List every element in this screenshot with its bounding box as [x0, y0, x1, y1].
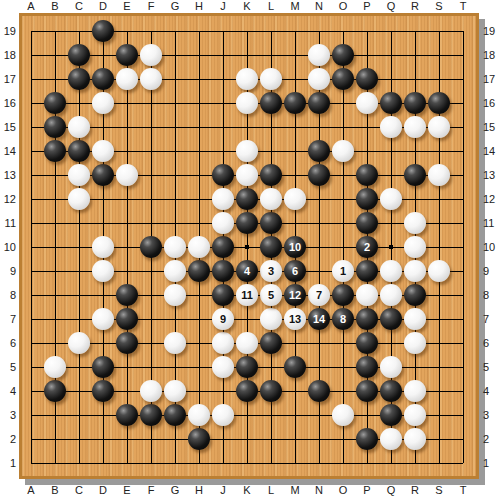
stone-black-E8 — [116, 284, 138, 306]
coord-label-left-18: 18 — [1, 48, 16, 62]
stone-black-B14 — [44, 140, 66, 162]
stone-white-K6 — [236, 332, 258, 354]
coord-label-top-J: J — [214, 0, 232, 13]
coord-label-bottom-P: P — [358, 483, 376, 497]
coord-label-right-1: 1 — [483, 456, 500, 470]
coord-label-bottom-R: R — [406, 483, 424, 497]
move-2-stone-P10: 2 — [356, 236, 378, 258]
coord-label-right-16: 16 — [483, 96, 500, 110]
stone-white-Q2 — [380, 428, 402, 450]
go-board-diagram: AABBCCDDEEFFGGHHJJKKLLMMNNOOPPQQRRSSTT19… — [0, 0, 500, 500]
coord-label-right-17: 17 — [483, 72, 500, 86]
stone-white-C13 — [68, 164, 90, 186]
stone-white-J5 — [212, 356, 234, 378]
stone-black-P11 — [356, 212, 378, 234]
stone-white-F17 — [140, 68, 162, 90]
coord-label-top-O: O — [334, 0, 352, 13]
coord-label-top-G: G — [166, 0, 184, 13]
coord-label-bottom-A: A — [22, 483, 40, 497]
coord-label-top-S: S — [430, 0, 448, 13]
coord-label-right-19: 19 — [483, 24, 500, 38]
stone-white-L12 — [260, 188, 282, 210]
stone-white-O3 — [332, 404, 354, 426]
stone-black-D17 — [92, 68, 114, 90]
stone-black-N4 — [308, 380, 330, 402]
move-8-stone-O7: 8 — [332, 308, 354, 330]
coord-label-bottom-F: F — [142, 483, 160, 497]
stone-white-C15 — [68, 116, 90, 138]
coord-label-right-15: 15 — [483, 120, 500, 134]
stone-black-J10 — [212, 236, 234, 258]
coord-label-bottom-S: S — [430, 483, 448, 497]
move-4-stone-K9: 4 — [236, 260, 258, 282]
stone-white-R3 — [404, 404, 426, 426]
stone-black-K11 — [236, 212, 258, 234]
coord-label-top-C: C — [70, 0, 88, 13]
coord-label-left-5: 5 — [1, 360, 16, 374]
stone-white-J11 — [212, 212, 234, 234]
stone-black-F3 — [140, 404, 162, 426]
stone-black-P12 — [356, 188, 378, 210]
coord-label-left-12: 12 — [1, 192, 16, 206]
stone-white-L17 — [260, 68, 282, 90]
stone-white-C6 — [68, 332, 90, 354]
stone-white-Q8 — [380, 284, 402, 306]
coord-label-bottom-O: O — [334, 483, 352, 497]
stone-white-J12 — [212, 188, 234, 210]
coord-label-left-16: 16 — [1, 96, 16, 110]
coord-label-left-9: 9 — [1, 264, 16, 278]
move-14-stone-N7: 14 — [308, 308, 330, 330]
stone-black-P5 — [356, 356, 378, 378]
stone-white-Q5 — [380, 356, 402, 378]
stone-black-E18 — [116, 44, 138, 66]
stone-white-H3 — [188, 404, 210, 426]
stone-black-M5 — [284, 356, 306, 378]
stone-white-S13 — [428, 164, 450, 186]
stone-black-P7 — [356, 308, 378, 330]
coord-label-left-7: 7 — [1, 312, 16, 326]
move-10-stone-M10: 10 — [284, 236, 306, 258]
stone-black-K5 — [236, 356, 258, 378]
coord-label-bottom-E: E — [118, 483, 136, 497]
stone-black-B16 — [44, 92, 66, 114]
stone-black-Q16 — [380, 92, 402, 114]
stone-black-R8 — [404, 284, 426, 306]
stone-black-O18 — [332, 44, 354, 66]
coord-label-left-14: 14 — [1, 144, 16, 158]
stone-white-B5 — [44, 356, 66, 378]
stone-white-P16 — [356, 92, 378, 114]
stone-black-R16 — [404, 92, 426, 114]
stone-white-D7 — [92, 308, 114, 330]
stone-white-R9 — [404, 260, 426, 282]
stone-black-D5 — [92, 356, 114, 378]
stone-black-L4 — [260, 380, 282, 402]
stone-black-L13 — [260, 164, 282, 186]
stone-white-G9 — [164, 260, 186, 282]
stone-white-R6 — [404, 332, 426, 354]
coord-label-bottom-M: M — [286, 483, 304, 497]
coord-label-right-2: 2 — [483, 432, 500, 446]
stone-white-J6 — [212, 332, 234, 354]
stone-black-M16 — [284, 92, 306, 114]
stone-white-Q9 — [380, 260, 402, 282]
stone-white-G10 — [164, 236, 186, 258]
coord-label-left-17: 17 — [1, 72, 16, 86]
stone-white-P8 — [356, 284, 378, 306]
stone-white-R4 — [404, 380, 426, 402]
stone-black-P17 — [356, 68, 378, 90]
stone-black-D4 — [92, 380, 114, 402]
move-3-stone-L9: 3 — [260, 260, 282, 282]
coord-label-top-B: B — [46, 0, 64, 13]
coord-label-bottom-L: L — [262, 483, 280, 497]
coord-label-bottom-Q: Q — [382, 483, 400, 497]
coord-label-left-15: 15 — [1, 120, 16, 134]
stone-white-E13 — [116, 164, 138, 186]
move-11-stone-K8: 11 — [236, 284, 258, 306]
stone-black-N14 — [308, 140, 330, 162]
stone-white-G8 — [164, 284, 186, 306]
stone-black-E7 — [116, 308, 138, 330]
stone-black-N13 — [308, 164, 330, 186]
stone-white-G4 — [164, 380, 186, 402]
stone-black-C18 — [68, 44, 90, 66]
stone-black-P13 — [356, 164, 378, 186]
stone-black-J13 — [212, 164, 234, 186]
stone-black-K4 — [236, 380, 258, 402]
stone-black-P9 — [356, 260, 378, 282]
coord-label-top-N: N — [310, 0, 328, 13]
coord-label-bottom-G: G — [166, 483, 184, 497]
coord-label-top-E: E — [118, 0, 136, 13]
stone-black-B4 — [44, 380, 66, 402]
coord-label-right-10: 10 — [483, 240, 500, 254]
coord-label-top-L: L — [262, 0, 280, 13]
coord-label-top-A: A — [22, 0, 40, 13]
coord-label-left-3: 3 — [1, 408, 16, 422]
stone-white-G6 — [164, 332, 186, 354]
stone-white-R11 — [404, 212, 426, 234]
stone-white-J3 — [212, 404, 234, 426]
coord-label-right-9: 9 — [483, 264, 500, 278]
stone-white-H10 — [188, 236, 210, 258]
stone-white-D14 — [92, 140, 114, 162]
stone-black-C14 — [68, 140, 90, 162]
stone-white-N18 — [308, 44, 330, 66]
move-12-stone-M8: 12 — [284, 284, 306, 306]
stone-white-K13 — [236, 164, 258, 186]
coord-label-top-H: H — [190, 0, 208, 13]
stone-black-E3 — [116, 404, 138, 426]
coord-label-bottom-N: N — [310, 483, 328, 497]
coord-label-right-3: 3 — [483, 408, 500, 422]
stone-white-N17 — [308, 68, 330, 90]
stone-white-D16 — [92, 92, 114, 114]
stone-black-L10 — [260, 236, 282, 258]
stone-white-L7 — [260, 308, 282, 330]
stone-black-N16 — [308, 92, 330, 114]
stone-black-L16 — [260, 92, 282, 114]
coord-label-left-8: 8 — [1, 288, 16, 302]
coord-label-right-5: 5 — [483, 360, 500, 374]
coord-label-left-1: 1 — [1, 456, 16, 470]
stone-white-C12 — [68, 188, 90, 210]
coord-label-right-13: 13 — [483, 168, 500, 182]
stone-black-D13 — [92, 164, 114, 186]
stone-black-Q4 — [380, 380, 402, 402]
stone-black-R13 — [404, 164, 426, 186]
coord-label-top-R: R — [406, 0, 424, 13]
stone-white-S15 — [428, 116, 450, 138]
coord-label-left-2: 2 — [1, 432, 16, 446]
stone-black-H2 — [188, 428, 210, 450]
stone-white-E17 — [116, 68, 138, 90]
move-5-stone-L8: 5 — [260, 284, 282, 306]
stone-white-R10 — [404, 236, 426, 258]
stone-black-B15 — [44, 116, 66, 138]
coord-label-right-8: 8 — [483, 288, 500, 302]
stone-black-Q3 — [380, 404, 402, 426]
stone-white-K17 — [236, 68, 258, 90]
coord-label-bottom-C: C — [70, 483, 88, 497]
stone-black-K12 — [236, 188, 258, 210]
stone-white-R7 — [404, 308, 426, 330]
stone-black-H9 — [188, 260, 210, 282]
coord-label-bottom-B: B — [46, 483, 64, 497]
stone-white-K14 — [236, 140, 258, 162]
coord-label-top-K: K — [238, 0, 256, 13]
coord-label-top-T: T — [454, 0, 472, 13]
coord-label-bottom-T: T — [454, 483, 472, 497]
coord-label-left-13: 13 — [1, 168, 16, 182]
stone-white-O14 — [332, 140, 354, 162]
stone-black-O17 — [332, 68, 354, 90]
stone-white-Q15 — [380, 116, 402, 138]
stone-black-J8 — [212, 284, 234, 306]
stone-white-D10 — [92, 236, 114, 258]
coord-label-left-11: 11 — [1, 216, 16, 230]
stone-black-P6 — [356, 332, 378, 354]
coord-label-right-6: 6 — [483, 336, 500, 350]
stone-white-D9 — [92, 260, 114, 282]
coord-label-left-4: 4 — [1, 384, 16, 398]
stone-black-L6 — [260, 332, 282, 354]
move-6-stone-M9: 6 — [284, 260, 306, 282]
coord-label-top-P: P — [358, 0, 376, 13]
stone-white-F4 — [140, 380, 162, 402]
stone-black-O8 — [332, 284, 354, 306]
stone-black-G3 — [164, 404, 186, 426]
coord-label-right-12: 12 — [483, 192, 500, 206]
coord-label-right-7: 7 — [483, 312, 500, 326]
stone-black-Q7 — [380, 308, 402, 330]
coord-label-bottom-K: K — [238, 483, 256, 497]
stone-black-E6 — [116, 332, 138, 354]
stone-white-R2 — [404, 428, 426, 450]
coord-label-right-14: 14 — [483, 144, 500, 158]
stone-white-Q12 — [380, 188, 402, 210]
coord-label-top-D: D — [94, 0, 112, 13]
move-7-stone-N8: 7 — [308, 284, 330, 306]
coord-label-right-18: 18 — [483, 48, 500, 62]
coord-label-bottom-H: H — [190, 483, 208, 497]
coord-label-bottom-J: J — [214, 483, 232, 497]
stone-black-L11 — [260, 212, 282, 234]
stone-white-K16 — [236, 92, 258, 114]
stone-black-J9 — [212, 260, 234, 282]
stone-black-S16 — [428, 92, 450, 114]
stone-black-P2 — [356, 428, 378, 450]
move-1-stone-O9: 1 — [332, 260, 354, 282]
coord-label-left-10: 10 — [1, 240, 16, 254]
coord-label-right-11: 11 — [483, 216, 500, 230]
stone-black-D19 — [92, 20, 114, 42]
coord-label-bottom-D: D — [94, 483, 112, 497]
coord-label-right-4: 4 — [483, 384, 500, 398]
coord-label-top-Q: Q — [382, 0, 400, 13]
stone-white-S9 — [428, 260, 450, 282]
move-9-stone-J7: 9 — [212, 308, 234, 330]
stone-black-C17 — [68, 68, 90, 90]
coord-label-top-M: M — [286, 0, 304, 13]
stone-white-R15 — [404, 116, 426, 138]
stone-black-P4 — [356, 380, 378, 402]
coord-label-left-19: 19 — [1, 24, 16, 38]
move-13-stone-M7: 13 — [284, 308, 306, 330]
stone-white-M12 — [284, 188, 306, 210]
coord-label-left-6: 6 — [1, 336, 16, 350]
stone-black-F10 — [140, 236, 162, 258]
coord-label-top-F: F — [142, 0, 160, 13]
stone-white-F18 — [140, 44, 162, 66]
